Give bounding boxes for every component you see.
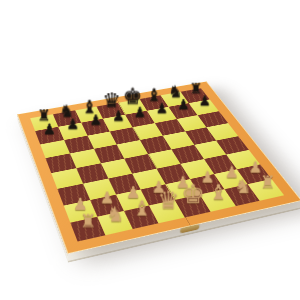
piece-wk: ♚ (181, 181, 205, 207)
piece-bp: ♟ (156, 102, 168, 116)
board-frame: ♜♞♝♛♚♝♞♜♟♟♟♟♟♟♟♟♟♟♟♟♟♟♟♟♜♞♝♛♚♝♞♜ (17, 81, 300, 254)
piece-bp: ♟ (112, 110, 125, 124)
piece-bp: ♟ (134, 106, 147, 120)
square: ♜ (248, 179, 284, 200)
product-photo: ♜♞♝♛♚♝♞♜♟♟♟♟♟♟♟♟♟♟♟♟♟♟♟♟♜♞♝♛♚♝♞♜ (0, 0, 300, 300)
piece-wb: ♝ (132, 197, 151, 218)
piece-wr: ♜ (259, 174, 274, 191)
piece-bp: ♟ (198, 94, 210, 108)
piece-bp: ♟ (66, 118, 79, 132)
piece-wr: ♜ (80, 212, 96, 230)
chess-set-scene: ♜♞♝♛♚♝♞♜♟♟♟♟♟♟♟♟♟♟♟♟♟♟♟♟♜♞♝♛♚♝♞♜ (0, 0, 300, 300)
piece-wn: ♞ (106, 204, 124, 224)
piece-wn: ♞ (234, 177, 251, 196)
piece-bp: ♟ (177, 98, 189, 112)
piece-bp: ♟ (89, 114, 102, 128)
piece-bp: ♟ (43, 122, 56, 137)
piece-wb: ♝ (209, 181, 228, 202)
chess-board: ♜♞♝♛♚♝♞♜♟♟♟♟♟♟♟♟♟♟♟♟♟♟♟♟♜♞♝♛♚♝♞♜ (17, 81, 300, 254)
piece-wq: ♛ (157, 188, 179, 212)
square (51, 168, 82, 189)
square: ♟ (81, 119, 110, 136)
